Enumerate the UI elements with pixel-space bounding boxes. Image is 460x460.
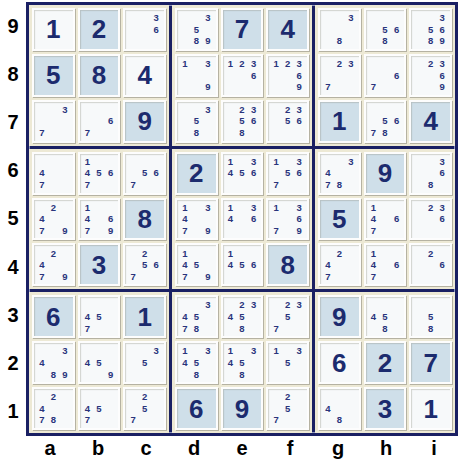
candidate-5: 5 xyxy=(282,115,294,127)
cell-a9[interactable]: 1 xyxy=(32,8,75,51)
candidate-3: 3 xyxy=(150,12,162,24)
candidate-grid: 2478 xyxy=(36,391,71,426)
candidate-7: 7 xyxy=(36,414,48,426)
cell-c3[interactable]: 1 xyxy=(123,295,166,338)
candidate-5: 5 xyxy=(379,115,391,127)
candidate-grid: 459 xyxy=(82,345,117,380)
cell-c4[interactable]: 2567 xyxy=(123,243,166,286)
candidate-1: 1 xyxy=(225,247,237,259)
candidate-3: 3 xyxy=(345,12,357,24)
candidate-7: 7 xyxy=(36,225,48,237)
cell-value: 7 xyxy=(423,350,437,376)
candidate-8: 8 xyxy=(334,35,346,47)
cell-g3[interactable]: 9 xyxy=(318,295,361,338)
candidate-grid: 14567 xyxy=(82,156,117,191)
candidate-grid: 13679 xyxy=(270,202,305,237)
candidate-7: 7 xyxy=(270,323,282,335)
candidate-4: 4 xyxy=(82,403,94,415)
candidate-3: 3 xyxy=(150,345,162,357)
cell-g6[interactable]: 3478 xyxy=(318,152,361,195)
candidate-9: 9 xyxy=(436,81,448,93)
candidate-3: 3 xyxy=(293,156,305,168)
candidate-4: 4 xyxy=(82,357,94,369)
candidate-8: 8 xyxy=(334,179,346,191)
candidate-4: 4 xyxy=(36,167,48,179)
candidate-grid: 23568 xyxy=(225,104,260,139)
cell-g2[interactable]: 6 xyxy=(318,341,361,384)
box-4: 21345613567134791346136791457914568 xyxy=(172,149,312,290)
candidate-6: 6 xyxy=(436,213,448,225)
cell-e2[interactable]: 13458 xyxy=(221,341,264,384)
cell-b6[interactable]: 14567 xyxy=(78,152,121,195)
candidate-4: 4 xyxy=(225,259,237,271)
candidate-3: 3 xyxy=(202,299,214,311)
candidate-9: 9 xyxy=(59,368,71,380)
candidate-grid: 1456 xyxy=(225,247,260,282)
candidate-7: 7 xyxy=(368,225,380,237)
cell-d6[interactable]: 2 xyxy=(175,152,218,195)
cell-g9[interactable]: 38 xyxy=(318,8,361,51)
candidate-5: 5 xyxy=(236,259,248,271)
cell-value: 8 xyxy=(92,62,106,88)
cell-d2[interactable]: 13458 xyxy=(175,341,218,384)
cell-g8[interactable]: 237 xyxy=(318,54,361,97)
candidate-9: 9 xyxy=(59,271,71,283)
cell-e4[interactable]: 1456 xyxy=(221,243,264,286)
cell-f5[interactable]: 13679 xyxy=(266,198,309,241)
candidate-1: 1 xyxy=(270,58,282,70)
candidate-4: 4 xyxy=(322,167,334,179)
cell-f8[interactable]: 12369 xyxy=(266,54,309,97)
candidate-2: 2 xyxy=(282,104,294,116)
cell-b9[interactable]: 2 xyxy=(78,8,121,51)
candidate-4: 4 xyxy=(322,259,334,271)
candidate-grid: 568 xyxy=(368,12,403,47)
candidate-1: 1 xyxy=(368,202,380,214)
candidate-grid: 38 xyxy=(322,12,357,47)
candidate-7: 7 xyxy=(270,179,282,191)
cell-value: 3 xyxy=(378,396,392,422)
candidate-4: 4 xyxy=(225,167,237,179)
candidate-4: 4 xyxy=(368,259,380,271)
cell-d8[interactable]: 139 xyxy=(175,54,218,97)
candidate-grid: 13567 xyxy=(270,156,305,191)
box-7: 34578234582357134581345813569257 xyxy=(172,292,312,433)
candidate-5: 5 xyxy=(191,357,203,369)
candidate-3: 3 xyxy=(345,58,357,70)
cell-c6[interactable]: 567 xyxy=(123,152,166,195)
cell-a7[interactable]: 37 xyxy=(32,100,75,143)
cell-h7[interactable]: 5678 xyxy=(364,100,407,143)
candidate-grid: 47 xyxy=(36,156,71,191)
sudoku-board: 1236584376793589741391236123693582356823… xyxy=(26,2,458,436)
cell-h8[interactable]: 67 xyxy=(364,54,407,97)
cell-value: 2 xyxy=(92,16,106,42)
col-label-a: a xyxy=(26,436,74,460)
candidate-6: 6 xyxy=(391,115,403,127)
candidate-6: 6 xyxy=(293,115,305,127)
candidate-5: 5 xyxy=(191,311,203,323)
row-label-3: 3 xyxy=(0,291,26,339)
candidate-2: 2 xyxy=(139,391,151,403)
candidate-3: 3 xyxy=(248,345,260,357)
candidate-8: 8 xyxy=(379,323,391,335)
cell-e9[interactable]: 7 xyxy=(221,8,264,51)
col-labels: abcdefghi xyxy=(26,436,458,460)
candidate-6: 6 xyxy=(436,70,448,82)
candidate-grid: 36 xyxy=(127,12,162,47)
candidate-8: 8 xyxy=(425,35,437,47)
candidate-1: 1 xyxy=(82,156,94,168)
cell-h4[interactable]: 1467 xyxy=(364,243,407,286)
candidate-grid: 23458 xyxy=(225,299,260,334)
candidate-7: 7 xyxy=(322,271,334,283)
candidate-8: 8 xyxy=(236,323,248,335)
candidate-4: 4 xyxy=(179,357,191,369)
candidate-7: 7 xyxy=(36,271,48,283)
cell-e7[interactable]: 23568 xyxy=(221,100,264,143)
candidate-7: 7 xyxy=(127,179,139,191)
cell-h6[interactable]: 9 xyxy=(364,152,407,195)
cell-e8[interactable]: 1236 xyxy=(221,54,264,97)
row-label-2: 2 xyxy=(0,340,26,388)
candidate-3: 3 xyxy=(345,156,357,168)
cell-value: 8 xyxy=(137,206,151,232)
candidate-3: 3 xyxy=(436,156,448,168)
candidate-4: 4 xyxy=(179,213,191,225)
cell-f1[interactable]: 257 xyxy=(266,387,309,430)
cell-a4[interactable]: 2479 xyxy=(32,243,75,286)
candidate-2: 2 xyxy=(282,58,294,70)
cell-i5[interactable]: 236 xyxy=(409,198,452,241)
candidate-4: 4 xyxy=(82,311,94,323)
candidate-7: 7 xyxy=(322,81,334,93)
candidate-8: 8 xyxy=(191,368,203,380)
cell-b5[interactable]: 14679 xyxy=(78,198,121,241)
candidate-9: 9 xyxy=(202,81,214,93)
cell-b8[interactable]: 8 xyxy=(78,54,121,97)
candidate-grid: 26 xyxy=(413,247,448,282)
candidate-grid: 2356 xyxy=(270,104,305,139)
cell-value: 5 xyxy=(332,206,346,232)
cell-h5[interactable]: 1467 xyxy=(364,198,407,241)
cell-h9[interactable]: 568 xyxy=(364,8,407,51)
cell-value: 7 xyxy=(235,16,249,42)
candidate-8: 8 xyxy=(379,127,391,139)
candidate-grid: 257 xyxy=(127,391,162,426)
candidate-7: 7 xyxy=(368,127,380,139)
candidate-7: 7 xyxy=(179,225,191,237)
cell-f2[interactable]: 135 xyxy=(266,341,309,384)
cell-d4[interactable]: 14579 xyxy=(175,243,218,286)
candidate-4: 4 xyxy=(82,213,94,225)
cell-d1[interactable]: 6 xyxy=(175,387,218,430)
col-label-e: e xyxy=(218,436,266,460)
cell-g7[interactable]: 1 xyxy=(318,100,361,143)
box-8: 9458586274831 xyxy=(315,292,455,433)
candidate-4: 4 xyxy=(368,311,380,323)
candidate-grid: 1467 xyxy=(368,202,403,237)
row-labels: 987654321 xyxy=(0,2,26,436)
candidate-grid: 135 xyxy=(270,345,305,380)
cell-i7[interactable]: 4 xyxy=(409,100,452,143)
candidate-3: 3 xyxy=(202,202,214,214)
col-label-i: i xyxy=(410,436,458,460)
candidate-grid: 2357 xyxy=(270,299,305,334)
row-label-8: 8 xyxy=(0,50,26,98)
box-5: 3478936851467236247146726 xyxy=(315,149,455,290)
candidate-1: 1 xyxy=(225,58,237,70)
cell-b2[interactable]: 459 xyxy=(78,341,121,384)
cell-e6[interactable]: 13456 xyxy=(221,152,264,195)
cell-b7[interactable]: 67 xyxy=(78,100,121,143)
candidate-grid: 48 xyxy=(322,391,357,426)
cell-value: 8 xyxy=(280,252,294,278)
cell-d7[interactable]: 358 xyxy=(175,100,218,143)
candidate-3: 3 xyxy=(293,299,305,311)
candidate-7: 7 xyxy=(322,179,334,191)
cell-value: 9 xyxy=(235,396,249,422)
candidate-grid: 237 xyxy=(322,58,357,93)
candidate-9: 9 xyxy=(105,225,117,237)
candidate-grid: 34578 xyxy=(179,299,214,334)
candidate-grid: 67 xyxy=(368,58,403,93)
candidate-5: 5 xyxy=(191,115,203,127)
cell-e3[interactable]: 23458 xyxy=(221,295,264,338)
candidate-grid: 3489 xyxy=(36,345,71,380)
candidate-5: 5 xyxy=(191,259,203,271)
cell-value: 5 xyxy=(46,62,60,88)
candidate-3: 3 xyxy=(202,345,214,357)
candidate-5: 5 xyxy=(139,357,151,369)
cell-b3[interactable]: 457 xyxy=(78,295,121,338)
cell-value: 2 xyxy=(189,160,203,186)
cell-e5[interactable]: 1346 xyxy=(221,198,264,241)
candidate-8: 8 xyxy=(236,127,248,139)
cell-value: 2 xyxy=(378,350,392,376)
cell-d9[interactable]: 3589 xyxy=(175,8,218,51)
candidate-grid: 37 xyxy=(36,104,71,139)
candidate-5: 5 xyxy=(191,24,203,36)
cell-g1[interactable]: 48 xyxy=(318,387,361,430)
candidate-grid: 457 xyxy=(82,299,117,334)
candidate-6: 6 xyxy=(248,115,260,127)
candidate-2: 2 xyxy=(334,247,346,259)
candidate-3: 3 xyxy=(293,58,305,70)
candidate-2: 2 xyxy=(425,202,437,214)
candidate-6: 6 xyxy=(150,167,162,179)
candidate-9: 9 xyxy=(293,225,305,237)
candidate-grid: 1236 xyxy=(225,58,260,93)
candidate-1: 1 xyxy=(270,345,282,357)
cell-f4[interactable]: 8 xyxy=(266,243,309,286)
cell-f9[interactable]: 4 xyxy=(266,8,309,51)
cell-d5[interactable]: 13479 xyxy=(175,198,218,241)
candidate-grid: 35689 xyxy=(413,12,448,47)
row-label-4: 4 xyxy=(0,243,26,291)
candidate-5: 5 xyxy=(93,311,105,323)
candidate-5: 5 xyxy=(236,167,248,179)
candidate-3: 3 xyxy=(436,12,448,24)
cell-a8[interactable]: 5 xyxy=(32,54,75,97)
cell-i6[interactable]: 368 xyxy=(409,152,452,195)
candidate-8: 8 xyxy=(191,35,203,47)
cell-a2[interactable]: 3489 xyxy=(32,341,75,384)
candidate-grid: 2567 xyxy=(127,247,162,282)
candidate-3: 3 xyxy=(59,104,71,116)
candidate-7: 7 xyxy=(36,127,48,139)
col-label-g: g xyxy=(314,436,362,460)
candidate-7: 7 xyxy=(36,179,48,191)
candidate-grid: 1346 xyxy=(225,202,260,237)
candidate-2: 2 xyxy=(282,391,294,403)
candidate-1: 1 xyxy=(179,247,191,259)
candidate-4: 4 xyxy=(322,403,334,415)
cell-b4[interactable]: 3 xyxy=(78,243,121,286)
cell-f7[interactable]: 2356 xyxy=(266,100,309,143)
candidate-3: 3 xyxy=(248,156,260,168)
candidate-6: 6 xyxy=(248,259,260,271)
candidate-5: 5 xyxy=(379,311,391,323)
cell-i4[interactable]: 26 xyxy=(409,243,452,286)
candidate-8: 8 xyxy=(48,414,60,426)
candidate-grid: 13458 xyxy=(179,345,214,380)
candidate-5: 5 xyxy=(139,403,151,415)
candidate-6: 6 xyxy=(248,167,260,179)
candidate-grid: 567 xyxy=(127,156,162,191)
cell-value: 4 xyxy=(280,16,294,42)
candidate-2: 2 xyxy=(236,104,248,116)
candidate-1: 1 xyxy=(225,202,237,214)
cell-e1[interactable]: 9 xyxy=(221,387,264,430)
cell-g4[interactable]: 247 xyxy=(318,243,361,286)
candidate-2: 2 xyxy=(48,202,60,214)
cell-c7[interactable]: 9 xyxy=(123,100,166,143)
candidate-2: 2 xyxy=(334,58,346,70)
cell-value: 1 xyxy=(423,396,437,422)
cell-i2[interactable]: 7 xyxy=(409,341,452,384)
cell-value: 1 xyxy=(137,304,151,330)
candidate-1: 1 xyxy=(179,58,191,70)
cell-h1[interactable]: 3 xyxy=(364,387,407,430)
candidate-6: 6 xyxy=(150,24,162,36)
candidate-3: 3 xyxy=(293,104,305,116)
candidate-6: 6 xyxy=(436,24,448,36)
candidate-6: 6 xyxy=(436,167,448,179)
cell-c1[interactable]: 257 xyxy=(123,387,166,430)
cell-h3[interactable]: 458 xyxy=(364,295,407,338)
cell-g5[interactable]: 5 xyxy=(318,198,361,241)
candidate-5: 5 xyxy=(139,167,151,179)
cell-value: 4 xyxy=(137,62,151,88)
cell-d3[interactable]: 34578 xyxy=(175,295,218,338)
candidate-1: 1 xyxy=(82,202,94,214)
candidate-7: 7 xyxy=(368,81,380,93)
cell-value: 4 xyxy=(423,108,437,134)
candidate-7: 7 xyxy=(82,225,94,237)
candidate-2: 2 xyxy=(48,247,60,259)
row-label-9: 9 xyxy=(0,2,26,50)
cell-i1[interactable]: 1 xyxy=(409,387,452,430)
candidate-5: 5 xyxy=(93,357,105,369)
candidate-5: 5 xyxy=(93,167,105,179)
box-1: 358974139123612369358235682356 xyxy=(172,5,312,146)
candidate-grid: 14679 xyxy=(82,202,117,237)
cell-b1[interactable]: 457 xyxy=(78,387,121,430)
cell-i9[interactable]: 35689 xyxy=(409,8,452,51)
cell-a1[interactable]: 2478 xyxy=(32,387,75,430)
cell-f3[interactable]: 2357 xyxy=(266,295,309,338)
candidate-grid: 3589 xyxy=(179,12,214,47)
candidate-grid: 2479 xyxy=(36,202,71,237)
candidate-6: 6 xyxy=(293,167,305,179)
candidate-3: 3 xyxy=(59,345,71,357)
candidate-6: 6 xyxy=(105,115,117,127)
candidate-4: 4 xyxy=(36,259,48,271)
cell-a5[interactable]: 2479 xyxy=(32,198,75,241)
candidate-5: 5 xyxy=(282,357,294,369)
cell-c8[interactable]: 4 xyxy=(123,54,166,97)
candidate-4: 4 xyxy=(36,357,48,369)
candidate-3: 3 xyxy=(202,104,214,116)
cell-f6[interactable]: 13567 xyxy=(266,152,309,195)
candidate-5: 5 xyxy=(282,403,294,415)
cell-value: 1 xyxy=(332,108,346,134)
candidate-6: 6 xyxy=(436,259,448,271)
cell-value: 9 xyxy=(332,304,346,330)
candidate-3: 3 xyxy=(293,345,305,357)
cell-h2[interactable]: 2 xyxy=(364,341,407,384)
candidate-grid: 67 xyxy=(82,104,117,139)
candidate-grid: 247 xyxy=(322,247,357,282)
candidate-7: 7 xyxy=(179,323,191,335)
cell-a6[interactable]: 47 xyxy=(32,152,75,195)
candidate-5: 5 xyxy=(93,403,105,415)
candidate-7: 7 xyxy=(82,414,94,426)
candidate-9: 9 xyxy=(202,225,214,237)
candidate-6: 6 xyxy=(105,167,117,179)
candidate-5: 5 xyxy=(282,167,294,179)
candidate-8: 8 xyxy=(236,368,248,380)
candidate-8: 8 xyxy=(191,127,203,139)
cell-c2[interactable]: 35 xyxy=(123,341,166,384)
cell-i8[interactable]: 2369 xyxy=(409,54,452,97)
candidate-4: 4 xyxy=(179,311,191,323)
candidate-grid: 2479 xyxy=(36,247,71,282)
candidate-4: 4 xyxy=(225,213,237,225)
candidate-8: 8 xyxy=(425,179,437,191)
candidate-4: 4 xyxy=(225,357,237,369)
cell-i3[interactable]: 58 xyxy=(409,295,452,338)
cell-value: 9 xyxy=(137,108,151,134)
col-label-d: d xyxy=(170,436,218,460)
row-label-1: 1 xyxy=(0,388,26,436)
candidate-3: 3 xyxy=(248,58,260,70)
candidate-1: 1 xyxy=(179,345,191,357)
box-0: 123658437679 xyxy=(29,5,169,146)
candidate-7: 7 xyxy=(270,225,282,237)
candidate-5: 5 xyxy=(236,357,248,369)
candidate-6: 6 xyxy=(150,259,162,271)
row-label-5: 5 xyxy=(0,195,26,243)
col-label-b: b xyxy=(74,436,122,460)
cell-c9[interactable]: 36 xyxy=(123,8,166,51)
candidate-3: 3 xyxy=(202,58,214,70)
cell-c5[interactable]: 8 xyxy=(123,198,166,241)
candidate-grid: 14579 xyxy=(179,247,214,282)
cell-a3[interactable]: 6 xyxy=(32,295,75,338)
cell-value: 1 xyxy=(46,16,60,42)
